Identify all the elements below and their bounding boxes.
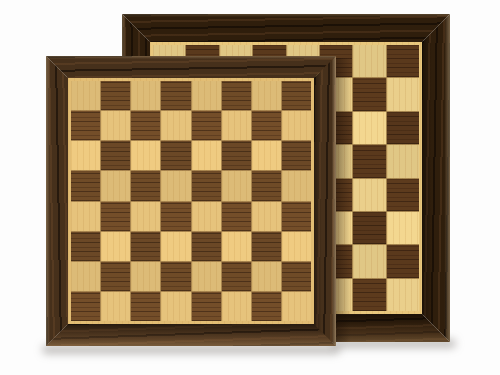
front-board-square-e7 bbox=[192, 111, 221, 140]
front-board-square-e6 bbox=[192, 141, 221, 170]
back-board-square-h7 bbox=[387, 78, 419, 110]
back-board-square-g1 bbox=[353, 279, 385, 311]
front-board-square-d4 bbox=[161, 202, 190, 231]
back-board-square-h8 bbox=[387, 45, 419, 77]
front-board-frame-right bbox=[314, 56, 336, 346]
front-board-square-g5 bbox=[252, 171, 281, 200]
front-board-square-f5 bbox=[222, 171, 251, 200]
front-board-square-d5 bbox=[161, 171, 190, 200]
front-board-square-h6 bbox=[282, 141, 311, 170]
back-board-square-g5 bbox=[353, 145, 385, 177]
front-board-square-c7 bbox=[131, 111, 160, 140]
front-board-square-b3 bbox=[101, 232, 130, 261]
back-board-square-h5 bbox=[387, 145, 419, 177]
front-board-square-f6 bbox=[222, 141, 251, 170]
front-board-square-h3 bbox=[282, 232, 311, 261]
front-board-square-e3 bbox=[192, 232, 221, 261]
front-board-square-g6 bbox=[252, 141, 281, 170]
back-board-square-h4 bbox=[387, 179, 419, 211]
front-board-square-a4 bbox=[71, 202, 100, 231]
front-board-square-h7 bbox=[282, 111, 311, 140]
front-board-squares bbox=[71, 81, 311, 321]
front-board-square-b1 bbox=[101, 292, 130, 321]
back-board-square-h6 bbox=[387, 112, 419, 144]
back-board-square-g8 bbox=[353, 45, 385, 77]
front-board bbox=[46, 56, 336, 346]
front-board-square-c2 bbox=[131, 262, 160, 291]
front-board-square-a7 bbox=[71, 111, 100, 140]
front-board-square-f4 bbox=[222, 202, 251, 231]
front-board-square-g4 bbox=[252, 202, 281, 231]
front-board-square-b8 bbox=[101, 81, 130, 110]
front-board-square-g3 bbox=[252, 232, 281, 261]
front-board-square-h8 bbox=[282, 81, 311, 110]
front-board-square-f3 bbox=[222, 232, 251, 261]
front-board-square-b6 bbox=[101, 141, 130, 170]
front-board-square-g8 bbox=[252, 81, 281, 110]
front-board-square-f1 bbox=[222, 292, 251, 321]
back-board-square-h2 bbox=[387, 245, 419, 277]
ground-shadow-front-board bbox=[42, 345, 340, 354]
front-board-square-d2 bbox=[161, 262, 190, 291]
front-board-inlay-border bbox=[68, 78, 314, 324]
front-board-square-c3 bbox=[131, 232, 160, 261]
front-board-square-f7 bbox=[222, 111, 251, 140]
front-board-square-e1 bbox=[192, 292, 221, 321]
front-board-square-f2 bbox=[222, 262, 251, 291]
front-board-square-c6 bbox=[131, 141, 160, 170]
back-board-square-g4 bbox=[353, 179, 385, 211]
front-board-square-d8 bbox=[161, 81, 190, 110]
front-board-frame-bottom bbox=[46, 324, 336, 346]
front-board-square-h5 bbox=[282, 171, 311, 200]
front-board-square-h1 bbox=[282, 292, 311, 321]
front-board-square-b5 bbox=[101, 171, 130, 200]
front-board-square-c1 bbox=[131, 292, 160, 321]
front-board-square-h4 bbox=[282, 202, 311, 231]
front-board-square-c5 bbox=[131, 171, 160, 200]
front-board-square-a2 bbox=[71, 262, 100, 291]
front-board-square-e4 bbox=[192, 202, 221, 231]
front-board-frame-top bbox=[46, 56, 336, 78]
front-board-square-g7 bbox=[252, 111, 281, 140]
front-board-square-b4 bbox=[101, 202, 130, 231]
back-board-square-g7 bbox=[353, 78, 385, 110]
front-board-square-d6 bbox=[161, 141, 190, 170]
front-board-square-d1 bbox=[161, 292, 190, 321]
front-board-square-b7 bbox=[101, 111, 130, 140]
back-board-square-g6 bbox=[353, 112, 385, 144]
front-board-square-g2 bbox=[252, 262, 281, 291]
front-board-square-e5 bbox=[192, 171, 221, 200]
front-board-square-g1 bbox=[252, 292, 281, 321]
front-board-square-d3 bbox=[161, 232, 190, 261]
back-board-square-h1 bbox=[387, 279, 419, 311]
front-board-square-a5 bbox=[71, 171, 100, 200]
front-board-square-f8 bbox=[222, 81, 251, 110]
back-board-frame-right bbox=[422, 14, 450, 342]
front-board-square-a1 bbox=[71, 292, 100, 321]
back-board-square-g3 bbox=[353, 212, 385, 244]
front-board-square-c8 bbox=[131, 81, 160, 110]
back-board-frame-top bbox=[122, 14, 450, 42]
front-board-cast-shadow bbox=[336, 58, 351, 342]
back-board-square-h3 bbox=[387, 212, 419, 244]
front-board-square-b2 bbox=[101, 262, 130, 291]
front-board-square-d7 bbox=[161, 111, 190, 140]
back-board-square-g2 bbox=[353, 245, 385, 277]
front-board-square-a3 bbox=[71, 232, 100, 261]
front-board-square-h2 bbox=[282, 262, 311, 291]
product-photo-scene bbox=[0, 0, 500, 375]
front-board-square-a6 bbox=[71, 141, 100, 170]
front-board-square-c4 bbox=[131, 202, 160, 231]
front-board-square-e2 bbox=[192, 262, 221, 291]
front-board-square-e8 bbox=[192, 81, 221, 110]
front-board-frame-left bbox=[46, 56, 68, 346]
front-board-square-a8 bbox=[71, 81, 100, 110]
